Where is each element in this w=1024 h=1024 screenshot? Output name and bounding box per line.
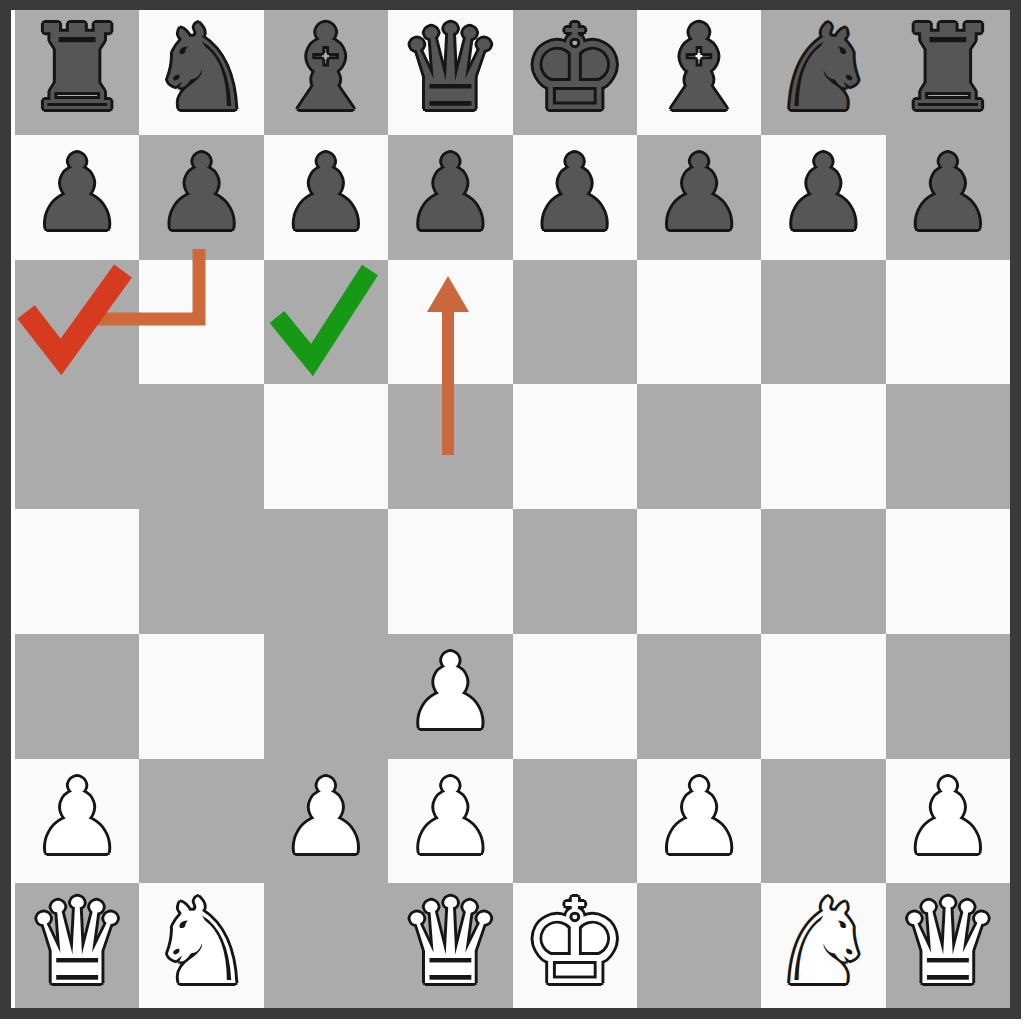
piece-black-queen: ♛	[397, 9, 503, 127]
square-d8[interactable]: ♛	[388, 10, 512, 135]
piece-black-pawn: ♟	[279, 141, 372, 245]
square-d1[interactable]: ♛	[388, 883, 512, 1008]
square-a2[interactable]: ♟	[15, 759, 139, 884]
piece-white-pawn: ♟	[901, 765, 994, 869]
piece-black-pawn: ♟	[404, 141, 497, 245]
square-b2[interactable]	[139, 759, 263, 884]
square-g8[interactable]: ♞	[761, 10, 885, 135]
piece-white-knight: ♞	[149, 883, 255, 1001]
square-c2[interactable]: ♟	[264, 759, 388, 884]
square-d6[interactable]	[388, 260, 512, 385]
chess-diagram: ♜♞♝♛♚♝♞♜♟♟♟♟♟♟♟♟♟♟♟♟♟♟♛♞♛♚♞♛	[0, 0, 1024, 1024]
square-f8[interactable]: ♝	[637, 10, 761, 135]
piece-white-queen-crown: ♛	[24, 883, 130, 1001]
square-e1[interactable]: ♚	[513, 883, 637, 1008]
square-f4[interactable]	[637, 509, 761, 634]
piece-black-rook: ♜	[895, 9, 1001, 127]
piece-black-bishop: ♝	[273, 9, 379, 127]
square-d5[interactable]	[388, 384, 512, 509]
square-b3[interactable]	[139, 634, 263, 759]
square-g6[interactable]	[761, 260, 885, 385]
square-e3[interactable]	[513, 634, 637, 759]
square-h3[interactable]	[886, 634, 1010, 759]
piece-white-queen-crown: ♛	[895, 883, 1001, 1001]
square-d4[interactable]	[388, 509, 512, 634]
square-b1[interactable]: ♞	[139, 883, 263, 1008]
square-a1[interactable]: ♛	[15, 883, 139, 1008]
square-e2[interactable]	[513, 759, 637, 884]
piece-black-pawn: ♟	[901, 141, 994, 245]
square-h7[interactable]: ♟	[886, 135, 1010, 260]
square-g1[interactable]: ♞	[761, 883, 885, 1008]
square-h6[interactable]	[886, 260, 1010, 385]
square-f5[interactable]	[637, 384, 761, 509]
piece-black-knight: ♞	[149, 9, 255, 127]
square-c1[interactable]	[264, 883, 388, 1008]
square-h5[interactable]	[886, 384, 1010, 509]
piece-white-queen-crown: ♛	[397, 883, 503, 1001]
square-b7[interactable]: ♟	[139, 135, 263, 260]
square-b4[interactable]	[139, 509, 263, 634]
square-f3[interactable]	[637, 634, 761, 759]
square-b8[interactable]: ♞	[139, 10, 263, 135]
square-h4[interactable]	[886, 509, 1010, 634]
square-a3[interactable]	[15, 634, 139, 759]
piece-black-bishop: ♝	[646, 9, 752, 127]
board-frame: ♜♞♝♛♚♝♞♜♟♟♟♟♟♟♟♟♟♟♟♟♟♟♛♞♛♚♞♛	[0, 0, 1021, 1019]
square-c5[interactable]	[264, 384, 388, 509]
square-h8[interactable]: ♜	[886, 10, 1010, 135]
square-g2[interactable]	[761, 759, 885, 884]
square-c4[interactable]	[264, 509, 388, 634]
chess-board: ♜♞♝♛♚♝♞♜♟♟♟♟♟♟♟♟♟♟♟♟♟♟♛♞♛♚♞♛	[15, 10, 1010, 1008]
square-a6[interactable]	[15, 260, 139, 385]
piece-white-knight: ♞	[771, 883, 877, 1001]
board-inner: ♜♞♝♛♚♝♞♜♟♟♟♟♟♟♟♟♟♟♟♟♟♟♛♞♛♚♞♛	[11, 10, 1010, 1008]
square-h2[interactable]: ♟	[886, 759, 1010, 884]
piece-black-pawn: ♟	[155, 141, 248, 245]
square-a4[interactable]	[15, 509, 139, 634]
square-g4[interactable]	[761, 509, 885, 634]
piece-black-king: ♚	[522, 9, 628, 127]
square-e4[interactable]	[513, 509, 637, 634]
square-d3[interactable]: ♟	[388, 634, 512, 759]
square-e7[interactable]: ♟	[513, 135, 637, 260]
piece-white-pawn: ♟	[404, 640, 497, 744]
square-c6[interactable]	[264, 260, 388, 385]
piece-black-pawn: ♟	[31, 141, 124, 245]
square-b6[interactable]	[139, 260, 263, 385]
square-a8[interactable]: ♜	[15, 10, 139, 135]
square-e5[interactable]	[513, 384, 637, 509]
square-g5[interactable]	[761, 384, 885, 509]
piece-black-knight: ♞	[771, 9, 877, 127]
piece-black-pawn: ♟	[777, 141, 870, 245]
square-f1[interactable]	[637, 883, 761, 1008]
piece-black-rook: ♜	[24, 9, 130, 127]
piece-white-pawn: ♟	[652, 765, 745, 869]
piece-white-pawn: ♟	[279, 765, 372, 869]
square-f6[interactable]	[637, 260, 761, 385]
square-h1[interactable]: ♛	[886, 883, 1010, 1008]
square-g7[interactable]: ♟	[761, 135, 885, 260]
square-e6[interactable]	[513, 260, 637, 385]
square-e8[interactable]: ♚	[513, 10, 637, 135]
piece-white-pawn: ♟	[31, 765, 124, 869]
square-b5[interactable]	[139, 384, 263, 509]
piece-white-king: ♚	[522, 883, 628, 1001]
square-d7[interactable]: ♟	[388, 135, 512, 260]
square-c7[interactable]: ♟	[264, 135, 388, 260]
square-c8[interactable]: ♝	[264, 10, 388, 135]
square-f7[interactable]: ♟	[637, 135, 761, 260]
square-a7[interactable]: ♟	[15, 135, 139, 260]
square-f2[interactable]: ♟	[637, 759, 761, 884]
square-a5[interactable]	[15, 384, 139, 509]
piece-white-pawn: ♟	[404, 765, 497, 869]
piece-black-pawn: ♟	[528, 141, 621, 245]
piece-black-pawn: ♟	[652, 141, 745, 245]
square-c3[interactable]	[264, 634, 388, 759]
square-d2[interactable]: ♟	[388, 759, 512, 884]
square-g3[interactable]	[761, 634, 885, 759]
